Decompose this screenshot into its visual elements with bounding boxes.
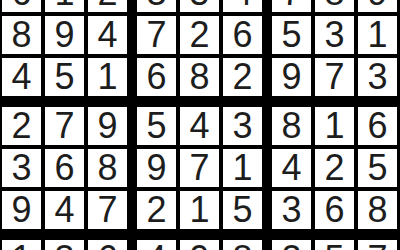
cell-r3c2[interactable]: 5 (45, 58, 84, 96)
cell-r4c1[interactable]: 2 (2, 107, 41, 145)
cell-r4c9[interactable]: 6 (358, 107, 397, 145)
cell-r3c8[interactable]: 7 (315, 58, 354, 96)
cell-r7c7[interactable]: 2 (272, 240, 311, 250)
cell-r7c9[interactable]: 7 (358, 240, 397, 250)
cell-r3c3[interactable]: 1 (88, 58, 127, 96)
cell-r1c6[interactable]: 4 (223, 0, 262, 12)
cell-r2c5[interactable]: 2 (180, 16, 219, 54)
cell-r5c5[interactable]: 7 (180, 149, 219, 187)
cell-r6c2[interactable]: 4 (45, 191, 84, 229)
cell-r2c7[interactable]: 5 (272, 16, 311, 54)
cell-r1c4[interactable]: 3 (137, 0, 176, 12)
cell-r6c5[interactable]: 1 (180, 191, 219, 229)
cell-r1c3[interactable]: 2 (88, 0, 127, 12)
cell-r3c5[interactable]: 8 (180, 58, 219, 96)
cell-r6c7[interactable]: 3 (272, 191, 311, 229)
cell-r5c9[interactable]: 5 (358, 149, 397, 187)
cell-r2c8[interactable]: 3 (315, 16, 354, 54)
cell-r6c3[interactable]: 7 (88, 191, 127, 229)
cell-r4c5[interactable]: 4 (180, 107, 219, 145)
cell-r5c8[interactable]: 2 (315, 149, 354, 187)
cell-r2c3[interactable]: 4 (88, 16, 127, 54)
cell-r4c8[interactable]: 1 (315, 107, 354, 145)
cell-r5c3[interactable]: 8 (88, 149, 127, 187)
sudoku-board: 6123547898947265314516829732795438163689… (0, 0, 399, 250)
cell-r3c1[interactable]: 4 (2, 58, 41, 96)
cell-r3c9[interactable]: 3 (358, 58, 397, 96)
cell-r4c7[interactable]: 8 (272, 107, 311, 145)
cell-r4c3[interactable]: 9 (88, 107, 127, 145)
cell-r7c4[interactable]: 4 (137, 240, 176, 250)
cell-r6c9[interactable]: 8 (358, 191, 397, 229)
cell-r7c6[interactable]: 8 (223, 240, 262, 250)
cell-r1c7[interactable]: 7 (272, 0, 311, 12)
cell-r7c3[interactable]: 6 (88, 240, 127, 250)
cell-r5c6[interactable]: 1 (223, 149, 262, 187)
cell-r2c6[interactable]: 6 (223, 16, 262, 54)
cell-r2c9[interactable]: 1 (358, 16, 397, 54)
cell-r3c7[interactable]: 9 (272, 58, 311, 96)
cell-r6c1[interactable]: 9 (2, 191, 41, 229)
cell-r5c4[interactable]: 9 (137, 149, 176, 187)
cell-r7c1[interactable]: 1 (2, 240, 41, 250)
cell-r6c4[interactable]: 2 (137, 191, 176, 229)
cell-r2c2[interactable]: 9 (45, 16, 84, 54)
cell-r3c6[interactable]: 2 (223, 58, 262, 96)
cell-r6c8[interactable]: 6 (315, 191, 354, 229)
cell-r4c6[interactable]: 3 (223, 107, 262, 145)
cell-r7c5[interactable]: 9 (180, 240, 219, 250)
cell-r7c8[interactable]: 5 (315, 240, 354, 250)
cell-r5c1[interactable]: 3 (2, 149, 41, 187)
cell-r3c4[interactable]: 6 (137, 58, 176, 96)
sudoku-screenshot: 6123547898947265314516829732795438163689… (0, 0, 400, 250)
cell-r4c4[interactable]: 5 (137, 107, 176, 145)
cell-r7c2[interactable]: 3 (45, 240, 84, 250)
cell-r4c2[interactable]: 7 (45, 107, 84, 145)
cell-r1c5[interactable]: 5 (180, 0, 219, 12)
cell-r1c8[interactable]: 8 (315, 0, 354, 12)
cell-r5c7[interactable]: 4 (272, 149, 311, 187)
cell-r2c1[interactable]: 8 (2, 16, 41, 54)
cell-r2c4[interactable]: 7 (137, 16, 176, 54)
cell-r1c1[interactable]: 6 (2, 0, 41, 12)
cell-r1c2[interactable]: 1 (45, 0, 84, 12)
cell-r1c9[interactable]: 9 (358, 0, 397, 12)
cell-r6c6[interactable]: 5 (223, 191, 262, 229)
cell-r5c2[interactable]: 6 (45, 149, 84, 187)
